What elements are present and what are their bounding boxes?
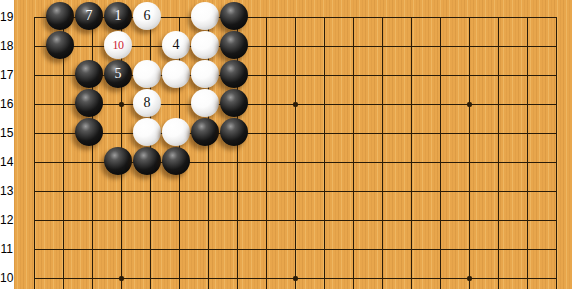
row-label-15: 15 [0, 125, 13, 141]
stone-white-e17[interactable] [133, 60, 161, 88]
stone-black-h17[interactable] [220, 60, 248, 88]
star-point-q10 [467, 276, 472, 281]
stone-white-g17[interactable] [191, 60, 219, 88]
stone-black-h16[interactable] [220, 89, 248, 117]
stone-white-g16[interactable] [191, 89, 219, 117]
go-board-screen: 71610458 19 18 17 16 15 14 13 12 11 10 [0, 0, 572, 289]
stone-black-h19[interactable] [220, 2, 248, 30]
stone-black-c17[interactable] [75, 60, 103, 88]
stone-black-e14[interactable] [133, 147, 161, 175]
stone-black-d14[interactable] [104, 147, 132, 175]
row-label-12: 12 [0, 212, 13, 228]
row-label-17: 17 [0, 67, 13, 83]
star-point-d16 [119, 102, 124, 107]
row-label-14: 14 [0, 154, 13, 170]
row-label-strip: 19 18 17 16 15 14 13 12 11 10 [0, 0, 14, 289]
row-label-18: 18 [0, 38, 13, 54]
grid-line-horizontal [34, 249, 557, 250]
star-point-k10 [293, 276, 298, 281]
grid-line-horizontal [34, 220, 557, 221]
stone-black-g15[interactable] [191, 118, 219, 146]
stone-black-d19[interactable]: 1 [104, 2, 132, 30]
stone-white-e19[interactable]: 6 [133, 2, 161, 30]
go-board[interactable]: 71610458 [14, 0, 572, 289]
stone-black-b18[interactable] [46, 31, 74, 59]
grid-line-horizontal [34, 133, 557, 134]
star-point-k16 [293, 102, 298, 107]
move-number-8: 8 [144, 96, 151, 110]
move-number-5: 5 [115, 67, 122, 81]
stone-black-b19[interactable] [46, 2, 74, 30]
star-point-d10 [119, 276, 124, 281]
grid-line-horizontal [34, 191, 557, 192]
stone-white-g18[interactable] [191, 31, 219, 59]
move-number-7: 7 [86, 9, 93, 23]
stone-white-e15[interactable] [133, 118, 161, 146]
stone-black-h15[interactable] [220, 118, 248, 146]
stone-black-h18[interactable] [220, 31, 248, 59]
stone-black-c16[interactable] [75, 89, 103, 117]
move-number-1: 1 [115, 9, 122, 23]
stone-white-f18[interactable]: 4 [162, 31, 190, 59]
stone-white-d18[interactable]: 10 [104, 31, 132, 59]
stone-black-f14[interactable] [162, 147, 190, 175]
stone-black-d17[interactable]: 5 [104, 60, 132, 88]
stone-white-g19[interactable] [191, 2, 219, 30]
move-number-6: 6 [144, 9, 151, 23]
star-point-q16 [467, 102, 472, 107]
row-label-10: 10 [0, 270, 13, 286]
row-label-16: 16 [0, 96, 13, 112]
move-number-10: 10 [113, 39, 124, 51]
row-label-11: 11 [0, 241, 13, 257]
row-label-13: 13 [0, 183, 13, 199]
move-number-4: 4 [173, 38, 180, 52]
stone-black-c15[interactable] [75, 118, 103, 146]
stone-white-f15[interactable] [162, 118, 190, 146]
stone-white-e16[interactable]: 8 [133, 89, 161, 117]
row-label-19: 19 [0, 9, 13, 25]
stone-white-f17[interactable] [162, 60, 190, 88]
stone-black-c19[interactable]: 7 [75, 2, 103, 30]
